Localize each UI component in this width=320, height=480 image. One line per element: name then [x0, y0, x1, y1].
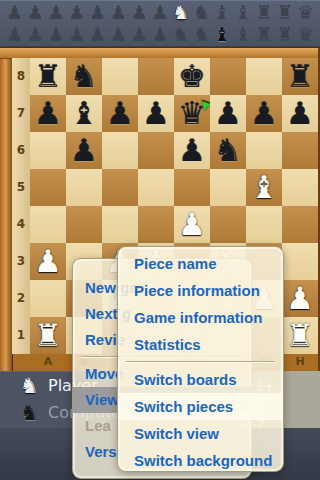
- black-pawn: ♟: [210, 95, 246, 132]
- square-h7[interactable]: ♟: [282, 95, 318, 132]
- rank-labels: 87654321: [12, 58, 30, 354]
- square-b5[interactable]: [66, 169, 102, 206]
- black-pawn: ♟: [246, 95, 282, 132]
- tray-slot-white-knight: ♞: [191, 2, 212, 23]
- captured-pieces-tray: ♟♟♟♟♟♟♟♟♞♞♝♝♜♜♛ ♟♟♟♟♟♟♟♟♞♞♝♝♜♜♛: [0, 0, 320, 48]
- tray-slot-black-rook: ♜: [274, 24, 295, 45]
- square-d5[interactable]: [138, 169, 174, 206]
- black-bishop: ♝: [66, 95, 102, 132]
- tray-slot-white-bishop: ♝: [233, 2, 254, 23]
- square-f8[interactable]: [210, 58, 246, 95]
- square-g4[interactable]: [246, 206, 282, 243]
- square-b8[interactable]: ♞: [66, 58, 102, 95]
- captured-black-row: ♟♟♟♟♟♟♟♟♞♞♝♝♜♜♛: [4, 24, 316, 45]
- square-e8[interactable]: ♚: [174, 58, 210, 95]
- square-c4[interactable]: [102, 206, 138, 243]
- rank-label-4: 4: [12, 206, 30, 243]
- square-e7[interactable]: ♛➤: [174, 95, 210, 132]
- white-pawn: ♟: [282, 280, 318, 317]
- tray-slot-white-pawn: ♟: [46, 2, 67, 23]
- square-a5[interactable]: [30, 169, 66, 206]
- white-rook: ♜: [30, 317, 66, 354]
- square-a6[interactable]: [30, 132, 66, 169]
- square-f5[interactable]: [210, 169, 246, 206]
- square-a1[interactable]: ♜: [30, 317, 66, 354]
- tray-slot-white-rook: ♜: [254, 2, 275, 23]
- menu-item-switch-pieces[interactable]: Switch pieces: [118, 393, 283, 420]
- white-pawn: ♟: [30, 243, 66, 280]
- tray-slot-white-pawn: ♟: [66, 2, 87, 23]
- tray-slot-white-pawn: ♟: [87, 2, 108, 23]
- black-knight-icon: ♞: [20, 402, 39, 424]
- square-h3[interactable]: [282, 243, 318, 280]
- square-a2[interactable]: [30, 280, 66, 317]
- black-knight: ♞: [210, 132, 246, 169]
- square-f6[interactable]: ♞: [210, 132, 246, 169]
- tray-slot-white-queen: ♛: [295, 2, 316, 23]
- square-h1[interactable]: ♜: [282, 317, 318, 354]
- square-g5[interactable]: ♝: [246, 169, 282, 206]
- tray-slot-black-knight: ♞: [191, 24, 212, 45]
- tray-slot-white-pawn: ♟: [4, 2, 25, 23]
- view-submenu-popup: Piece namePiece informationGame informat…: [117, 246, 284, 472]
- square-b4[interactable]: [66, 206, 102, 243]
- rank-label-1: 1: [12, 317, 30, 354]
- rank-label-7: 7: [12, 95, 30, 132]
- tray-slot-black-queen: ♛: [295, 24, 316, 45]
- rank-label-3: 3: [12, 243, 30, 280]
- square-g7[interactable]: ♟: [246, 95, 282, 132]
- tray-slot-black-pawn: ♟: [25, 24, 46, 45]
- captured-black-bishop: ♝: [212, 24, 233, 45]
- square-a7[interactable]: ♟: [30, 95, 66, 132]
- rank-label-2: 2: [12, 280, 30, 317]
- tray-slot-white-pawn: ♟: [129, 2, 150, 23]
- black-pawn: ♟: [282, 95, 318, 132]
- tray-slot-black-pawn: ♟: [46, 24, 67, 45]
- rank-label-6: 6: [12, 132, 30, 169]
- file-label-A: A: [30, 354, 66, 370]
- tray-slot-black-pawn: ♟: [66, 24, 87, 45]
- tray-slot-white-bishop: ♝: [212, 2, 233, 23]
- white-knight-icon: ♞: [20, 375, 39, 397]
- menu-item-switch-view[interactable]: Switch view: [118, 420, 283, 447]
- tray-slot-black-pawn: ♟: [129, 24, 150, 45]
- white-rook: ♜: [282, 317, 318, 354]
- square-e4[interactable]: ♟: [174, 206, 210, 243]
- square-d8[interactable]: [138, 58, 174, 95]
- square-d7[interactable]: ♟: [138, 95, 174, 132]
- tray-slot-black-bishop: ♝: [233, 24, 254, 45]
- square-d6[interactable]: [138, 132, 174, 169]
- tray-slot-black-pawn: ♟: [4, 24, 25, 45]
- square-e6[interactable]: ♟: [174, 132, 210, 169]
- square-a3[interactable]: ♟: [30, 243, 66, 280]
- menu-item-statistics[interactable]: Statistics: [118, 331, 283, 358]
- tray-slot-white-pawn: ♟: [108, 2, 129, 23]
- tray-slot-black-pawn: ♟: [108, 24, 129, 45]
- square-c8[interactable]: [102, 58, 138, 95]
- black-pawn: ♟: [30, 95, 66, 132]
- menu-item-piece-name[interactable]: Piece name: [118, 250, 283, 277]
- square-h6[interactable]: [282, 132, 318, 169]
- square-a4[interactable]: [30, 206, 66, 243]
- square-g8[interactable]: [246, 58, 282, 95]
- tray-slot-black-pawn: ♟: [87, 24, 108, 45]
- square-h5[interactable]: [282, 169, 318, 206]
- menu-item-piece-information[interactable]: Piece information: [118, 277, 283, 304]
- square-b6[interactable]: ♟: [66, 132, 102, 169]
- black-pawn: ♟: [174, 132, 210, 169]
- square-b7[interactable]: ♝: [66, 95, 102, 132]
- black-knight: ♞: [66, 58, 102, 95]
- captured-white-knight: ♞: [170, 2, 191, 23]
- file-label-H: H: [282, 354, 318, 370]
- menu-item-game-information[interactable]: Game information: [118, 304, 283, 331]
- square-f4[interactable]: [210, 206, 246, 243]
- tray-slot-white-pawn: ♟: [150, 2, 171, 23]
- rank-label-5: 5: [12, 169, 30, 206]
- black-rook: ♜: [282, 58, 318, 95]
- square-h4[interactable]: [282, 206, 318, 243]
- black-king: ♚: [174, 58, 210, 95]
- square-c5[interactable]: [102, 169, 138, 206]
- menu-item-switch-boards[interactable]: Switch boards: [118, 366, 283, 393]
- white-bishop: ♝: [246, 169, 282, 206]
- tray-slot-white-rook: ♜: [274, 2, 295, 23]
- menu-item-switch-background[interactable]: Switch background: [118, 447, 283, 472]
- menu-separator: [126, 361, 275, 363]
- square-c6[interactable]: [102, 132, 138, 169]
- tray-slot-black-knight: ♞: [170, 24, 191, 45]
- white-pawn: ♟: [174, 206, 210, 243]
- tray-slot-black-pawn: ♟: [150, 24, 171, 45]
- square-h2[interactable]: ♟: [282, 280, 318, 317]
- captured-white-row: ♟♟♟♟♟♟♟♟♞♞♝♝♜♜♛: [4, 2, 316, 23]
- square-d4[interactable]: [138, 206, 174, 243]
- square-e5[interactable]: [174, 169, 210, 206]
- square-h8[interactable]: ♜: [282, 58, 318, 95]
- black-rook: ♜: [30, 58, 66, 95]
- black-pawn: ♟: [102, 95, 138, 132]
- tray-slot-white-pawn: ♟: [25, 2, 46, 23]
- black-pawn: ♟: [66, 132, 102, 169]
- square-f7[interactable]: ♟: [210, 95, 246, 132]
- square-g6[interactable]: [246, 132, 282, 169]
- square-a8[interactable]: ♜: [30, 58, 66, 95]
- black-pawn: ♟: [138, 95, 174, 132]
- square-c7[interactable]: ♟: [102, 95, 138, 132]
- tray-slot-black-rook: ♜: [254, 24, 275, 45]
- rank-label-8: 8: [12, 58, 30, 95]
